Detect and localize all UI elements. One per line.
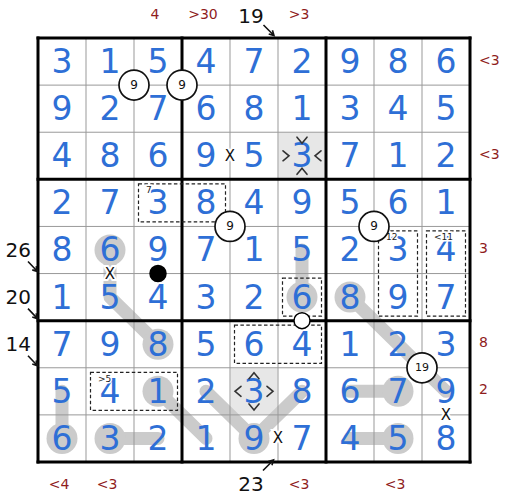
cell-r2c5[interactable]: 8	[230, 85, 278, 132]
cell-r4c9[interactable]: 1	[422, 179, 470, 226]
cell-r6c6[interactable]: 6	[278, 274, 326, 321]
clue-right-row5: 3	[479, 240, 488, 256]
cell-r7c8[interactable]: 2	[374, 321, 422, 368]
clue-bottom-col8: <3	[385, 476, 406, 492]
sudoku-board: 3154729869276813454869537122738495618697…	[38, 38, 470, 462]
cell-r2c1[interactable]: 9	[38, 85, 86, 132]
cell-r2c6[interactable]: 1	[278, 85, 326, 132]
cell-r8c9[interactable]: 9	[422, 368, 470, 415]
cell-r1c9[interactable]: 6	[422, 38, 470, 85]
cell-r1c4[interactable]: 4	[182, 38, 230, 85]
cell-r5c5[interactable]: 1	[230, 226, 278, 273]
cell-r5c9[interactable]: 4	[422, 226, 470, 273]
cell-r2c4[interactable]: 6	[182, 85, 230, 132]
cell-r7c7[interactable]: 1	[326, 321, 374, 368]
cell-r7c6[interactable]: 4	[278, 321, 326, 368]
cell-r9c6[interactable]: 7	[278, 415, 326, 462]
cell-r6c1[interactable]: 1	[38, 274, 86, 321]
cell-r2c2[interactable]: 2	[86, 85, 134, 132]
cell-r7c1[interactable]: 7	[38, 321, 86, 368]
cell-r1c1[interactable]: 3	[38, 38, 86, 85]
cell-r6c3[interactable]: 4	[134, 274, 182, 321]
cell-r8c1[interactable]: 5	[38, 368, 86, 415]
cell-r3c3[interactable]: 6	[134, 132, 182, 179]
cell-r4c5[interactable]: 4	[230, 179, 278, 226]
clue-top-col5: 19	[238, 4, 263, 28]
cell-r9c1[interactable]: 6	[38, 415, 86, 462]
cell-r9c3[interactable]: 2	[134, 415, 182, 462]
clue-right-row1: <3	[479, 52, 500, 68]
cell-r1c8[interactable]: 8	[374, 38, 422, 85]
cell-r2c9[interactable]: 5	[422, 85, 470, 132]
cell-r5c3[interactable]: 9	[134, 226, 182, 273]
cell-r3c8[interactable]: 1	[374, 132, 422, 179]
clue-top-col4: >30	[188, 6, 218, 22]
cell-r7c5[interactable]: 6	[230, 321, 278, 368]
cell-r9c8[interactable]: 5	[374, 415, 422, 462]
cell-r6c7[interactable]: 8	[326, 274, 374, 321]
cell-r9c9[interactable]: 8	[422, 415, 470, 462]
cell-r1c2[interactable]: 1	[86, 38, 134, 85]
cell-r3c7[interactable]: 7	[326, 132, 374, 179]
clue-right-row3: <3	[479, 146, 500, 162]
cell-r1c7[interactable]: 9	[326, 38, 374, 85]
cell-r6c4[interactable]: 3	[182, 274, 230, 321]
clue-top-col3: 4	[151, 6, 160, 22]
cell-r4c7[interactable]: 5	[326, 179, 374, 226]
clue-left-row7: 14	[6, 332, 31, 356]
cell-r2c7[interactable]: 3	[326, 85, 374, 132]
cell-r7c9[interactable]: 3	[422, 321, 470, 368]
cell-r1c6[interactable]: 2	[278, 38, 326, 85]
cell-r6c8[interactable]: 9	[374, 274, 422, 321]
little-killer-arrow-icon	[264, 25, 275, 36]
cell-r8c4[interactable]: 2	[182, 368, 230, 415]
cell-r4c1[interactable]: 2	[38, 179, 86, 226]
cell-r9c4[interactable]: 1	[182, 415, 230, 462]
cell-r7c2[interactable]: 9	[86, 321, 134, 368]
clue-left-row6: 20	[6, 285, 31, 309]
cell-r4c8[interactable]: 6	[374, 179, 422, 226]
cell-r7c3[interactable]: 8	[134, 321, 182, 368]
cell-r3c6[interactable]: 3	[278, 132, 326, 179]
cell-r5c6[interactable]: 5	[278, 226, 326, 273]
cell-r4c6[interactable]: 9	[278, 179, 326, 226]
little-killer-arrow-icon	[28, 356, 38, 366]
cell-r5c7[interactable]: 2	[326, 226, 374, 273]
cell-r9c5[interactable]: 9	[230, 415, 278, 462]
cell-r6c9[interactable]: 7	[422, 274, 470, 321]
cell-r3c5[interactable]: 5	[230, 132, 278, 179]
cell-r6c2[interactable]: 5	[86, 274, 134, 321]
cell-r5c2[interactable]: 6	[86, 226, 134, 273]
clue-right-row7: 8	[479, 334, 488, 350]
cell-r8c6[interactable]: 8	[278, 368, 326, 415]
clue-top-col6: >3	[289, 6, 310, 22]
cell-r2c3[interactable]: 7	[134, 85, 182, 132]
cell-r6c5[interactable]: 2	[230, 274, 278, 321]
cell-r8c8[interactable]: 7	[374, 368, 422, 415]
cell-r1c5[interactable]: 7	[230, 38, 278, 85]
cell-r8c2[interactable]: 4	[86, 368, 134, 415]
clue-bottom-col6: <3	[289, 476, 310, 492]
cell-r8c5[interactable]: 3	[230, 368, 278, 415]
cell-r4c4[interactable]: 8	[182, 179, 230, 226]
cell-r3c4[interactable]: 9	[182, 132, 230, 179]
clue-right-row8: 2	[479, 381, 488, 397]
cell-r5c8[interactable]: 3	[374, 226, 422, 273]
cell-r8c3[interactable]: 1	[134, 368, 182, 415]
cell-r2c8[interactable]: 4	[374, 85, 422, 132]
cell-r3c2[interactable]: 8	[86, 132, 134, 179]
clue-left-row5: 26	[6, 238, 31, 262]
cell-r3c9[interactable]: 2	[422, 132, 470, 179]
cell-r4c2[interactable]: 7	[86, 179, 134, 226]
cell-r8c7[interactable]: 6	[326, 368, 374, 415]
little-killer-arrow-icon	[28, 309, 38, 319]
cell-r4c3[interactable]: 3	[134, 179, 182, 226]
cell-r9c2[interactable]: 3	[86, 415, 134, 462]
little-killer-arrow-icon	[28, 262, 38, 272]
clue-bottom-col1: <4	[49, 476, 70, 492]
cell-r1c3[interactable]: 5	[134, 38, 182, 85]
cell-r3c1[interactable]: 4	[38, 132, 86, 179]
cell-r9c7[interactable]: 4	[326, 415, 374, 462]
clue-bottom-col5: 23	[238, 472, 263, 496]
cell-r5c1[interactable]: 8	[38, 226, 86, 273]
cell-r7c4[interactable]: 5	[182, 321, 230, 368]
cell-r5c4[interactable]: 7	[182, 226, 230, 273]
clue-bottom-col2: <3	[97, 476, 118, 492]
sudoku-puzzle-canvas: 3154729869276813454869537122738495618697…	[0, 0, 509, 500]
